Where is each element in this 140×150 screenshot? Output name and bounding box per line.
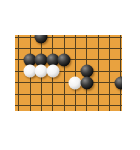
- intersection-2-4[interactable]: [36, 77, 47, 88]
- intersection-9-1[interactable]: [115, 43, 122, 54]
- intersection-9-6[interactable]: [115, 100, 122, 111]
- intersection-0-0[interactable]: [15, 35, 24, 43]
- intersection-7-6[interactable]: [92, 100, 103, 111]
- board-grid: [15, 35, 122, 111]
- intersection-3-6[interactable]: [47, 100, 58, 111]
- intersection-6-4[interactable]: [81, 77, 92, 88]
- intersection-4-6[interactable]: [58, 100, 69, 111]
- intersection-3-4[interactable]: [47, 77, 58, 88]
- intersection-1-4[interactable]: [24, 77, 35, 88]
- intersection-6-6[interactable]: [81, 100, 92, 111]
- black-stone: [58, 53, 71, 66]
- page-background: [0, 0, 140, 150]
- intersection-2-6[interactable]: [36, 100, 47, 111]
- intersection-7-2[interactable]: [92, 54, 103, 65]
- intersection-3-0[interactable]: [47, 35, 58, 43]
- intersection-6-5[interactable]: [81, 88, 92, 99]
- intersection-0-1[interactable]: [15, 43, 24, 54]
- intersection-8-6[interactable]: [104, 100, 115, 111]
- go-board[interactable]: [15, 35, 122, 111]
- intersection-7-4[interactable]: [92, 77, 103, 88]
- intersection-5-5[interactable]: [70, 88, 81, 99]
- intersection-2-5[interactable]: [36, 88, 47, 99]
- intersection-8-3[interactable]: [104, 66, 115, 77]
- white-stone: [46, 65, 59, 78]
- intersection-9-4[interactable]: [115, 77, 122, 88]
- intersection-0-4[interactable]: [15, 77, 24, 88]
- intersection-9-5[interactable]: [115, 88, 122, 99]
- intersection-4-0[interactable]: [58, 35, 69, 43]
- intersection-7-0[interactable]: [92, 35, 103, 43]
- intersection-0-5[interactable]: [15, 88, 24, 99]
- intersection-4-3[interactable]: [58, 66, 69, 77]
- intersection-9-2[interactable]: [115, 54, 122, 65]
- intersection-8-2[interactable]: [104, 54, 115, 65]
- intersection-2-0[interactable]: [36, 35, 47, 43]
- intersection-9-0[interactable]: [115, 35, 122, 43]
- intersection-6-0[interactable]: [81, 35, 92, 43]
- intersection-7-5[interactable]: [92, 88, 103, 99]
- intersection-3-5[interactable]: [47, 88, 58, 99]
- black-stone: [114, 76, 122, 89]
- intersection-5-2[interactable]: [70, 54, 81, 65]
- intersection-5-6[interactable]: [70, 100, 81, 111]
- black-stone: [80, 76, 93, 89]
- intersection-8-5[interactable]: [104, 88, 115, 99]
- intersection-1-6[interactable]: [24, 100, 35, 111]
- intersection-8-0[interactable]: [104, 35, 115, 43]
- intersection-7-1[interactable]: [92, 43, 103, 54]
- intersection-6-1[interactable]: [81, 43, 92, 54]
- intersection-5-0[interactable]: [70, 35, 81, 43]
- intersection-7-3[interactable]: [92, 66, 103, 77]
- intersection-3-3[interactable]: [47, 66, 58, 77]
- intersection-8-1[interactable]: [104, 43, 115, 54]
- intersection-5-1[interactable]: [70, 43, 81, 54]
- intersection-0-6[interactable]: [15, 100, 24, 111]
- intersection-1-5[interactable]: [24, 88, 35, 99]
- intersection-4-5[interactable]: [58, 88, 69, 99]
- intersection-4-2[interactable]: [58, 54, 69, 65]
